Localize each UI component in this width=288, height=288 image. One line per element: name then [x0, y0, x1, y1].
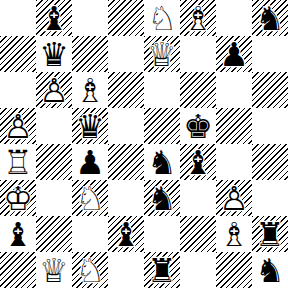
- white-bishop-g2[interactable]: ♝♗: [216, 216, 252, 252]
- square-f3[interactable]: [180, 180, 216, 216]
- square-b2[interactable]: [36, 216, 72, 252]
- piece-glyph: ♘: [72, 252, 108, 288]
- white-pawn-g3[interactable]: ♟♙: [216, 180, 252, 216]
- square-h7[interactable]: [252, 36, 288, 72]
- piece-glyph: ♔: [0, 180, 36, 216]
- square-a6[interactable]: [0, 72, 36, 108]
- square-h5[interactable]: [252, 108, 288, 144]
- black-knight-h1[interactable]: ♞♞: [252, 252, 288, 288]
- piece-glyph: ♚: [180, 108, 216, 144]
- square-b5[interactable]: [36, 108, 72, 144]
- square-h3[interactable]: [252, 180, 288, 216]
- piece-glyph: ♙: [0, 108, 36, 144]
- square-g2[interactable]: ♝♗: [216, 216, 252, 252]
- square-b4[interactable]: [36, 144, 72, 180]
- square-a4[interactable]: ♜♖: [0, 144, 36, 180]
- piece-glyph: ♖: [0, 144, 36, 180]
- square-g7[interactable]: ♟♟: [216, 36, 252, 72]
- white-rook-a4[interactable]: ♜♖: [0, 144, 36, 180]
- piece-glyph: ♘: [72, 180, 108, 216]
- piece-glyph: ♝: [180, 144, 216, 180]
- square-e1[interactable]: ♜♜: [144, 252, 180, 288]
- square-d2[interactable]: ♝♝: [108, 216, 144, 252]
- black-bishop-b8[interactable]: ♝♝: [36, 0, 72, 36]
- square-d5[interactable]: [108, 108, 144, 144]
- piece-glyph: ♝: [36, 0, 72, 36]
- chess-board: ♝♝♞♘♝♗♞♞♛♛♛♕♟♟♟♙♝♗♟♙♛♛♚♚♜♖♟♟♞♞♝♝♚♔♞♘♞♞♟♙…: [0, 0, 288, 288]
- black-pawn-g7[interactable]: ♟♟: [216, 36, 252, 72]
- piece-glyph: ♗: [72, 72, 108, 108]
- white-knight-c1[interactable]: ♞♘: [72, 252, 108, 288]
- square-a7[interactable]: [0, 36, 36, 72]
- square-c3[interactable]: ♞♘: [72, 180, 108, 216]
- white-king-a3[interactable]: ♚♔: [0, 180, 36, 216]
- square-c5[interactable]: ♛♛: [72, 108, 108, 144]
- piece-glyph: ♙: [216, 180, 252, 216]
- white-pawn-a5[interactable]: ♟♙: [0, 108, 36, 144]
- square-e5[interactable]: [144, 108, 180, 144]
- piece-glyph: ♞: [252, 252, 288, 288]
- square-g5[interactable]: [216, 108, 252, 144]
- black-bishop-a2[interactable]: ♝♝: [0, 216, 36, 252]
- piece-glyph: ♛: [72, 108, 108, 144]
- black-rook-h2[interactable]: ♜♜: [252, 216, 288, 252]
- white-bishop-c6[interactable]: ♝♗: [72, 72, 108, 108]
- piece-glyph: ♞: [252, 0, 288, 36]
- piece-glyph: ♟: [216, 36, 252, 72]
- square-e7[interactable]: ♛♕: [144, 36, 180, 72]
- black-queen-c5[interactable]: ♛♛: [72, 108, 108, 144]
- square-b3[interactable]: [36, 180, 72, 216]
- square-f7[interactable]: [180, 36, 216, 72]
- square-c7[interactable]: [72, 36, 108, 72]
- square-b7[interactable]: ♛♛: [36, 36, 72, 72]
- square-h2[interactable]: ♜♜: [252, 216, 288, 252]
- square-c8[interactable]: [72, 0, 108, 36]
- square-h6[interactable]: [252, 72, 288, 108]
- square-a3[interactable]: ♚♔: [0, 180, 36, 216]
- square-a1[interactable]: [0, 252, 36, 288]
- piece-glyph: ♗: [180, 0, 216, 36]
- white-bishop-f8[interactable]: ♝♗: [180, 0, 216, 36]
- square-g8[interactable]: [216, 0, 252, 36]
- piece-glyph: ♟: [72, 144, 108, 180]
- square-c6[interactable]: ♝♗: [72, 72, 108, 108]
- square-h1[interactable]: ♞♞: [252, 252, 288, 288]
- black-rook-e1[interactable]: ♜♜: [144, 252, 180, 288]
- square-d4[interactable]: [108, 144, 144, 180]
- black-knight-e4[interactable]: ♞♞: [144, 144, 180, 180]
- square-f6[interactable]: [180, 72, 216, 108]
- square-a5[interactable]: ♟♙: [0, 108, 36, 144]
- square-b6[interactable]: ♟♙: [36, 72, 72, 108]
- piece-glyph: ♕: [144, 36, 180, 72]
- square-b8[interactable]: ♝♝: [36, 0, 72, 36]
- black-knight-h8[interactable]: ♞♞: [252, 0, 288, 36]
- piece-glyph: ♛: [36, 36, 72, 72]
- square-f5[interactable]: ♚♚: [180, 108, 216, 144]
- square-c2[interactable]: [72, 216, 108, 252]
- square-e3[interactable]: ♞♞: [144, 180, 180, 216]
- square-d8[interactable]: [108, 0, 144, 36]
- square-f1[interactable]: [180, 252, 216, 288]
- square-a8[interactable]: [0, 0, 36, 36]
- black-queen-b7[interactable]: ♛♛: [36, 36, 72, 72]
- square-f2[interactable]: [180, 216, 216, 252]
- square-g3[interactable]: ♟♙: [216, 180, 252, 216]
- black-king-f5[interactable]: ♚♚: [180, 108, 216, 144]
- square-g6[interactable]: [216, 72, 252, 108]
- white-knight-c3[interactable]: ♞♘: [72, 180, 108, 216]
- square-g1[interactable]: [216, 252, 252, 288]
- piece-glyph: ♞: [144, 144, 180, 180]
- square-c1[interactable]: ♞♘: [72, 252, 108, 288]
- square-e4[interactable]: ♞♞: [144, 144, 180, 180]
- black-knight-e3[interactable]: ♞♞: [144, 180, 180, 216]
- square-f4[interactable]: ♝♝: [180, 144, 216, 180]
- square-e6[interactable]: [144, 72, 180, 108]
- square-f8[interactable]: ♝♗: [180, 0, 216, 36]
- piece-glyph: ♝: [0, 216, 36, 252]
- black-bishop-d2[interactable]: ♝♝: [108, 216, 144, 252]
- square-g4[interactable]: [216, 144, 252, 180]
- piece-glyph: ♗: [216, 216, 252, 252]
- piece-glyph: ♞: [144, 180, 180, 216]
- black-pawn-c4[interactable]: ♟♟: [72, 144, 108, 180]
- white-pawn-b6[interactable]: ♟♙: [36, 72, 72, 108]
- white-knight-e8[interactable]: ♞♘: [144, 0, 180, 36]
- square-a2[interactable]: ♝♝: [0, 216, 36, 252]
- square-e2[interactable]: [144, 216, 180, 252]
- piece-glyph: ♘: [144, 0, 180, 36]
- square-h8[interactable]: ♞♞: [252, 0, 288, 36]
- piece-glyph: ♜: [144, 252, 180, 288]
- piece-glyph: ♝: [108, 216, 144, 252]
- square-b1[interactable]: ♛♕: [36, 252, 72, 288]
- white-queen-e7[interactable]: ♛♕: [144, 36, 180, 72]
- piece-glyph: ♙: [36, 72, 72, 108]
- piece-glyph: ♕: [36, 252, 72, 288]
- square-c4[interactable]: ♟♟: [72, 144, 108, 180]
- square-d3[interactable]: [108, 180, 144, 216]
- white-queen-b1[interactable]: ♛♕: [36, 252, 72, 288]
- square-d7[interactable]: [108, 36, 144, 72]
- square-e8[interactable]: ♞♘: [144, 0, 180, 36]
- square-h4[interactable]: [252, 144, 288, 180]
- black-bishop-f4[interactable]: ♝♝: [180, 144, 216, 180]
- square-d1[interactable]: [108, 252, 144, 288]
- piece-glyph: ♜: [252, 216, 288, 252]
- square-d6[interactable]: [108, 72, 144, 108]
